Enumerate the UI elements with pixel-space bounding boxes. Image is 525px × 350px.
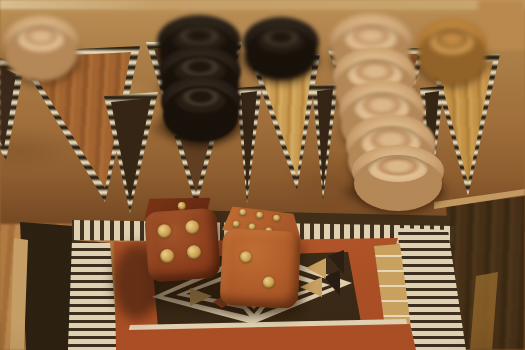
die-pip (263, 277, 276, 290)
backgammon-board-photo (0, 0, 525, 350)
die-front-face (144, 207, 220, 282)
die-pip (160, 248, 175, 263)
die-pip (232, 221, 239, 228)
die-front-face (220, 228, 301, 309)
die-pip (239, 251, 252, 264)
die-pip (185, 220, 200, 235)
die-pip (256, 212, 263, 219)
die-pip (239, 209, 246, 216)
die-pip (177, 201, 186, 210)
dice-layer (0, 0, 525, 350)
die-pip (157, 223, 172, 238)
die-left[interactable] (140, 191, 224, 284)
die-right[interactable] (216, 204, 305, 309)
die-pip (187, 245, 202, 260)
die-pip (273, 215, 280, 222)
